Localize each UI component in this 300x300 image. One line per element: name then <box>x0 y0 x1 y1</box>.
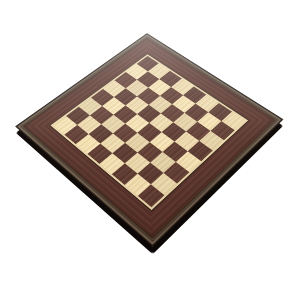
product-photo <box>0 0 300 300</box>
square-f5[interactable] <box>150 132 175 152</box>
chess-board <box>15 33 284 247</box>
square-e6[interactable] <box>125 133 150 153</box>
square-e5[interactable] <box>137 123 161 142</box>
photo-scene <box>0 0 300 300</box>
